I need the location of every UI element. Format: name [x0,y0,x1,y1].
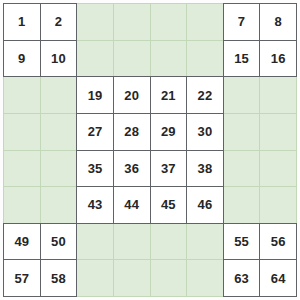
grid-cell-r4c3[interactable]: 27 [77,114,113,150]
grid-cell-r6c4[interactable]: 44 [114,187,150,223]
grid-cell-r2c1[interactable]: 9 [4,41,40,77]
grid-cell-r2c2[interactable]: 10 [41,41,77,77]
grid-cell-r1c2[interactable]: 2 [41,4,77,40]
grid-cell-r1c8[interactable]: 8 [260,4,296,40]
grid-cell-r7c8[interactable]: 56 [260,224,296,260]
grid-cell-r5c3[interactable]: 35 [77,151,113,187]
grid-cell-r7c3[interactable] [77,224,113,260]
number-grid-board: 1278910151619202122272829303536373843444… [3,3,297,297]
grid-cell-r8c1[interactable]: 57 [4,260,40,296]
grid-cell-r4c7[interactable] [224,114,260,150]
grid-cell-r1c1[interactable]: 1 [4,4,40,40]
grid-cell-r2c3[interactable] [77,41,113,77]
grid-cell-r8c4[interactable] [114,260,150,296]
grid-cell-r2c5[interactable] [151,41,187,77]
grid-cell-r5c6[interactable]: 38 [187,151,223,187]
grid-cell-r8c7[interactable]: 63 [224,260,260,296]
grid-cell-r2c8[interactable]: 16 [260,41,296,77]
grid-cell-r1c3[interactable] [77,4,113,40]
grid-cell-r3c8[interactable] [260,77,296,113]
grid-cell-r8c2[interactable]: 58 [41,260,77,296]
grid-cell-r4c2[interactable] [41,114,77,150]
grid-cell-r6c2[interactable] [41,187,77,223]
grid-cell-r5c4[interactable]: 36 [114,151,150,187]
grid-cell-r3c1[interactable] [4,77,40,113]
grid-cell-r1c6[interactable] [187,4,223,40]
grid-cell-r7c1[interactable]: 49 [4,224,40,260]
grid-cell-r2c4[interactable] [114,41,150,77]
grid-cell-r6c1[interactable] [4,187,40,223]
grid-cell-r6c6[interactable]: 46 [187,187,223,223]
grid-cell-r4c4[interactable]: 28 [114,114,150,150]
grid-cell-r4c1[interactable] [4,114,40,150]
grid-cell-r8c3[interactable] [77,260,113,296]
grid-cell-r3c3[interactable]: 19 [77,77,113,113]
grid-cell-r6c3[interactable]: 43 [77,187,113,223]
grid-cell-r5c1[interactable] [4,151,40,187]
grid-cell-r5c5[interactable]: 37 [151,151,187,187]
grid-cell-r7c7[interactable]: 55 [224,224,260,260]
grid-cell-r3c4[interactable]: 20 [114,77,150,113]
grid-cell-r1c5[interactable] [151,4,187,40]
grid-cell-r6c8[interactable] [260,187,296,223]
grid-cell-r7c2[interactable]: 50 [41,224,77,260]
grid-cell-r5c8[interactable] [260,151,296,187]
grid-cell-r7c6[interactable] [187,224,223,260]
grid-cell-r8c5[interactable] [151,260,187,296]
grid-cell-r5c2[interactable] [41,151,77,187]
grid-cell-r7c4[interactable] [114,224,150,260]
grid-cell-r1c7[interactable]: 7 [224,4,260,40]
grid-cell-r4c8[interactable] [260,114,296,150]
grid-cell-r8c6[interactable] [187,260,223,296]
grid-cell-r3c6[interactable]: 22 [187,77,223,113]
grid-cell-r3c7[interactable] [224,77,260,113]
grid-cell-r3c5[interactable]: 21 [151,77,187,113]
grid-cell-r3c2[interactable] [41,77,77,113]
grid-cell-r8c8[interactable]: 64 [260,260,296,296]
grid-cell-r4c6[interactable]: 30 [187,114,223,150]
grid-cell-r5c7[interactable] [224,151,260,187]
grid-cell-r4c5[interactable]: 29 [151,114,187,150]
grid-cell-r2c7[interactable]: 15 [224,41,260,77]
grid-cell-r2c6[interactable] [187,41,223,77]
grid-cell-r6c7[interactable] [224,187,260,223]
grid-cell-r1c4[interactable] [114,4,150,40]
grid-cell-r7c5[interactable] [151,224,187,260]
board-wrapper: 1278910151619202122272829303536373843444… [0,0,300,300]
grid-cell-r6c5[interactable]: 45 [151,187,187,223]
